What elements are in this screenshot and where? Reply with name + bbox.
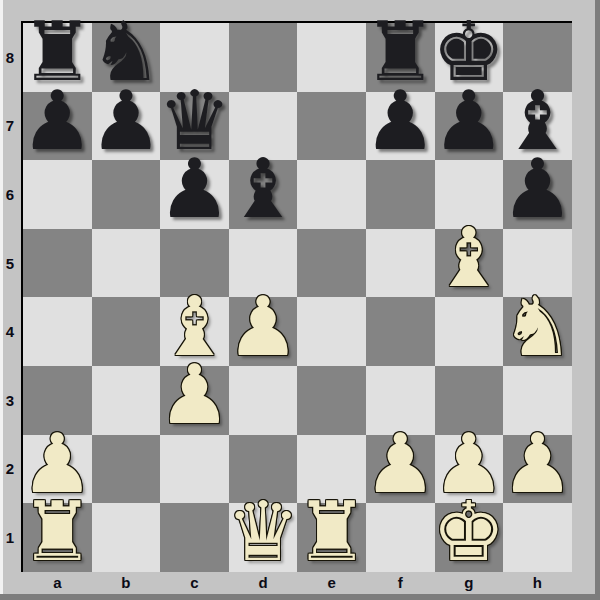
square-b3[interactable] xyxy=(92,366,161,435)
rank-label-8: 8 xyxy=(0,23,20,92)
square-a6[interactable] xyxy=(23,160,92,229)
square-a1[interactable]: ♜ xyxy=(23,503,92,572)
piece-white-pawn[interactable]: ♟ xyxy=(226,293,300,361)
rank-label-5: 5 xyxy=(0,229,20,298)
frame-shadow-bottom xyxy=(0,594,600,600)
square-f7[interactable]: ♟ xyxy=(366,92,435,161)
rank-label-7: 7 xyxy=(0,92,20,161)
piece-white-pawn[interactable]: ♟ xyxy=(158,361,232,429)
square-g4[interactable] xyxy=(435,297,504,366)
square-f5[interactable] xyxy=(366,229,435,298)
piece-white-rook[interactable]: ♜ xyxy=(21,498,95,566)
piece-black-bishop[interactable]: ♝ xyxy=(226,155,300,223)
square-g1[interactable]: ♚ xyxy=(435,503,504,572)
file-label-a: a xyxy=(23,570,92,594)
piece-black-pawn[interactable]: ♟ xyxy=(364,87,438,155)
square-f4[interactable] xyxy=(366,297,435,366)
file-label-g: g xyxy=(435,570,504,594)
piece-black-pawn[interactable]: ♟ xyxy=(158,155,232,223)
square-b4[interactable] xyxy=(92,297,161,366)
square-e4[interactable] xyxy=(297,297,366,366)
square-d6[interactable]: ♝ xyxy=(229,160,298,229)
square-b1[interactable] xyxy=(92,503,161,572)
square-h6[interactable]: ♟ xyxy=(503,160,572,229)
rank-label-1: 1 xyxy=(0,503,20,572)
square-c2[interactable] xyxy=(160,435,229,504)
square-f1[interactable] xyxy=(366,503,435,572)
piece-white-king[interactable]: ♚ xyxy=(432,498,506,566)
piece-black-pawn[interactable]: ♟ xyxy=(89,87,163,155)
frame-shadow-right xyxy=(595,0,600,600)
square-d8[interactable] xyxy=(229,23,298,92)
square-f2[interactable]: ♟ xyxy=(366,435,435,504)
square-b7[interactable]: ♟ xyxy=(92,92,161,161)
square-a7[interactable]: ♟ xyxy=(23,92,92,161)
piece-black-pawn[interactable]: ♟ xyxy=(501,155,575,223)
square-e6[interactable] xyxy=(297,160,366,229)
piece-white-knight[interactable]: ♞ xyxy=(501,293,575,361)
file-label-e: e xyxy=(297,570,366,594)
rank-label-6: 6 xyxy=(0,160,20,229)
square-e3[interactable] xyxy=(297,366,366,435)
square-e8[interactable] xyxy=(297,23,366,92)
square-d4[interactable]: ♟ xyxy=(229,297,298,366)
file-label-c: c xyxy=(160,570,229,594)
square-f6[interactable] xyxy=(366,160,435,229)
file-label-b: b xyxy=(92,570,161,594)
rank-label-3: 3 xyxy=(0,366,20,435)
chess-board: ♜♞♜♚♟♟♛♟♟♝♟♝♟♝♝♟♞♟♟♟♟♟♜♛♜♚ xyxy=(21,21,572,572)
square-c3[interactable]: ♟ xyxy=(160,366,229,435)
rank-label-2: 2 xyxy=(0,435,20,504)
square-e5[interactable] xyxy=(297,229,366,298)
square-h4[interactable]: ♞ xyxy=(503,297,572,366)
piece-white-queen[interactable]: ♛ xyxy=(226,498,300,566)
rank-label-4: 4 xyxy=(0,297,20,366)
piece-white-pawn[interactable]: ♟ xyxy=(501,430,575,498)
square-a5[interactable] xyxy=(23,229,92,298)
square-a4[interactable] xyxy=(23,297,92,366)
board-frame: ♜♞♜♚♟♟♛♟♟♝♟♝♟♝♝♟♞♟♟♟♟♟♜♛♜♚ 87654321 abcd… xyxy=(0,0,600,600)
square-h2[interactable]: ♟ xyxy=(503,435,572,504)
square-c1[interactable] xyxy=(160,503,229,572)
square-b2[interactable] xyxy=(92,435,161,504)
square-d3[interactable] xyxy=(229,366,298,435)
square-e7[interactable] xyxy=(297,92,366,161)
square-b5[interactable] xyxy=(92,229,161,298)
square-g5[interactable]: ♝ xyxy=(435,229,504,298)
square-e1[interactable]: ♜ xyxy=(297,503,366,572)
square-g7[interactable]: ♟ xyxy=(435,92,504,161)
square-c6[interactable]: ♟ xyxy=(160,160,229,229)
file-labels: abcdefgh xyxy=(23,570,572,594)
file-label-h: h xyxy=(503,570,572,594)
piece-black-pawn[interactable]: ♟ xyxy=(432,87,506,155)
file-label-f: f xyxy=(366,570,435,594)
square-h1[interactable] xyxy=(503,503,572,572)
piece-black-pawn[interactable]: ♟ xyxy=(21,87,95,155)
piece-white-rook[interactable]: ♜ xyxy=(295,498,369,566)
piece-white-pawn[interactable]: ♟ xyxy=(364,430,438,498)
square-b6[interactable] xyxy=(92,160,161,229)
square-d1[interactable]: ♛ xyxy=(229,503,298,572)
file-label-d: d xyxy=(229,570,298,594)
piece-white-bishop[interactable]: ♝ xyxy=(432,224,506,292)
rank-labels: 87654321 xyxy=(0,23,20,572)
